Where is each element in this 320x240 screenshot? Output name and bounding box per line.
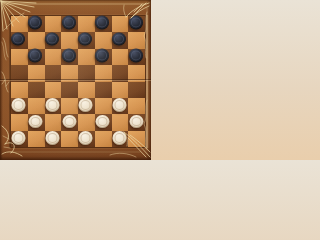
board-square[interactable] [61, 49, 78, 65]
checkers-board-photo [0, 0, 160, 160]
dark-checker-piece[interactable] [129, 16, 143, 30]
board-square[interactable] [61, 131, 78, 147]
board-square[interactable] [128, 114, 145, 130]
light-checker-piece[interactable] [12, 98, 26, 112]
dark-checker-piece[interactable] [95, 49, 109, 63]
dark-checker-piece[interactable] [28, 49, 42, 63]
board-square[interactable] [128, 131, 145, 147]
board-square[interactable] [45, 114, 62, 130]
board-hinge-seam [0, 79, 151, 81]
board-square[interactable] [11, 98, 28, 114]
board-square[interactable] [112, 82, 129, 98]
board-square[interactable] [45, 98, 62, 114]
board-square[interactable] [28, 16, 45, 32]
board-square[interactable] [61, 32, 78, 48]
board-square[interactable] [95, 32, 112, 48]
board-square[interactable] [61, 98, 78, 114]
board-square[interactable] [28, 82, 45, 98]
light-checker-piece[interactable] [45, 131, 59, 145]
board-square[interactable] [45, 16, 62, 32]
board-square[interactable] [11, 49, 28, 65]
light-checker-piece[interactable] [129, 115, 143, 129]
dark-checker-piece[interactable] [95, 16, 109, 30]
dark-checker-piece[interactable] [78, 32, 92, 46]
dark-checker-piece[interactable] [62, 49, 76, 63]
board-square[interactable] [28, 131, 45, 147]
board-square[interactable] [28, 114, 45, 130]
board-square[interactable] [112, 16, 129, 32]
board-square[interactable] [61, 114, 78, 130]
board-square[interactable] [128, 82, 145, 98]
light-checker-piece[interactable] [96, 115, 110, 129]
board-square[interactable] [95, 82, 112, 98]
dark-checker-piece[interactable] [45, 32, 59, 46]
light-checker-piece[interactable] [112, 98, 126, 112]
board-square[interactable] [78, 82, 95, 98]
dark-checker-piece[interactable] [28, 16, 42, 30]
board-square[interactable] [112, 32, 129, 48]
board-square[interactable] [45, 131, 62, 147]
board-square[interactable] [95, 131, 112, 147]
board-square[interactable] [112, 131, 129, 147]
board-square[interactable] [11, 82, 28, 98]
light-checker-piece[interactable] [29, 115, 43, 129]
board-square[interactable] [112, 98, 129, 114]
dark-checker-piece[interactable] [62, 16, 76, 30]
board-square[interactable] [45, 49, 62, 65]
board-square[interactable] [11, 32, 28, 48]
board-square[interactable] [112, 114, 129, 130]
board-square[interactable] [28, 49, 45, 65]
light-checker-piece[interactable] [112, 131, 126, 145]
board-square[interactable] [28, 98, 45, 114]
board-grid [10, 15, 146, 148]
board-square[interactable] [28, 32, 45, 48]
checkers-board [0, 0, 151, 160]
board-square[interactable] [112, 49, 129, 65]
light-checker-piece[interactable] [79, 131, 93, 145]
board-square[interactable] [128, 49, 145, 65]
board-square[interactable] [61, 16, 78, 32]
board-square[interactable] [78, 114, 95, 130]
left-frame-inlay [2, 38, 9, 92]
board-square[interactable] [11, 131, 28, 147]
board-square[interactable] [128, 16, 145, 32]
board-square[interactable] [95, 98, 112, 114]
dark-checker-piece[interactable] [112, 32, 126, 46]
light-checker-piece[interactable] [12, 131, 26, 145]
board-square[interactable] [11, 16, 28, 32]
light-checker-piece[interactable] [79, 98, 93, 112]
board-square[interactable] [95, 16, 112, 32]
board-square[interactable] [128, 32, 145, 48]
light-checker-piece[interactable] [45, 98, 59, 112]
dark-checker-piece[interactable] [129, 49, 143, 63]
board-square[interactable] [128, 98, 145, 114]
dark-checker-piece[interactable] [11, 32, 25, 46]
board-square[interactable] [95, 114, 112, 130]
board-square[interactable] [61, 82, 78, 98]
board-square[interactable] [95, 49, 112, 65]
light-checker-piece[interactable] [62, 115, 76, 129]
board-square[interactable] [78, 32, 95, 48]
board-square[interactable] [11, 114, 28, 130]
board-square[interactable] [78, 98, 95, 114]
board-square[interactable] [78, 16, 95, 32]
board-square[interactable] [45, 82, 62, 98]
board-square[interactable] [78, 49, 95, 65]
board-square[interactable] [78, 131, 95, 147]
board-square[interactable] [45, 32, 62, 48]
